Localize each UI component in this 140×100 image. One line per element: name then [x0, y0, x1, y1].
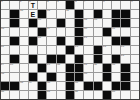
crossword-cell-black — [94, 55, 102, 63]
crossword-cell[interactable] — [1, 55, 9, 63]
clue-number: 17 — [47, 28, 50, 30]
crossword-cell[interactable]: 12 — [66, 10, 74, 18]
crossword-cell-black — [75, 37, 83, 45]
crossword-cell[interactable]: 28 — [10, 64, 18, 72]
crossword-cell-black — [10, 19, 18, 27]
crossword-cell-black — [38, 10, 46, 18]
crossword-cell-black — [10, 10, 18, 18]
crossword-cell-black — [29, 19, 37, 27]
crossword-cell[interactable] — [1, 10, 9, 18]
crossword-cell[interactable] — [29, 64, 37, 72]
crossword-cell[interactable] — [47, 37, 55, 45]
crossword-cell-black — [38, 28, 46, 36]
crossword-cell-black — [75, 55, 83, 63]
clue-number: 18 — [84, 28, 87, 30]
crossword-cell[interactable]: 42 — [75, 91, 83, 99]
crossword-cell-black — [94, 10, 102, 18]
clue-number: 32 — [94, 64, 97, 66]
crossword-cell-black — [66, 73, 74, 81]
crossword-cell-black — [103, 91, 111, 99]
crossword-cell[interactable] — [1, 19, 9, 27]
clue-number: 13 — [38, 19, 41, 21]
crossword-cell[interactable] — [66, 55, 74, 63]
crossword-cell[interactable] — [20, 55, 28, 63]
crossword-cell-black — [38, 64, 46, 72]
crossword-cell[interactable] — [10, 1, 18, 9]
crossword-cell[interactable] — [20, 91, 28, 99]
clue-number: 22 — [1, 46, 4, 48]
crossword-cell-black — [103, 28, 111, 36]
crossword-cell-black — [121, 73, 129, 81]
clue-number: 21 — [84, 37, 87, 39]
crossword-cell[interactable] — [103, 37, 111, 45]
crossword-cell[interactable]: 14 — [84, 19, 92, 27]
clue-number: 36 — [20, 82, 23, 84]
crossword-cell[interactable] — [131, 55, 139, 63]
crossword-cell-black — [112, 10, 120, 18]
crossword-cell-black — [75, 73, 83, 81]
crossword-cell-black — [112, 19, 120, 27]
crossword-cell[interactable] — [84, 46, 92, 54]
crossword-cell[interactable]: 39 — [75, 82, 83, 90]
crossword-cell[interactable]: 3T — [29, 1, 37, 9]
crossword-cell[interactable]: 30 — [57, 64, 65, 72]
crossword-cell-black — [47, 73, 55, 81]
crossword-cell-black — [75, 64, 83, 72]
crossword-cell-black — [103, 73, 111, 81]
crossword-cell[interactable]: 2 — [20, 1, 28, 9]
clue-number: 34 — [1, 73, 4, 75]
crossword-cell-black — [66, 46, 74, 54]
crossword-cell[interactable]: 7 — [84, 1, 92, 9]
crossword-cell-black — [66, 1, 74, 9]
crossword-cell[interactable] — [29, 28, 37, 36]
clue-number: 2 — [20, 1, 22, 3]
crossword-cell-black — [1, 82, 9, 90]
crossword-cell[interactable] — [103, 55, 111, 63]
clue-number: 12 — [66, 10, 69, 12]
crossword-cell-black — [10, 82, 18, 90]
clue-number: 20 — [38, 37, 41, 39]
crossword-cell[interactable]: 41 — [47, 91, 55, 99]
clue-number: 23 — [75, 46, 78, 48]
crossword-cell-black — [121, 82, 129, 90]
clue-number: 6 — [75, 1, 77, 3]
clue-number: 37 — [29, 82, 32, 84]
crossword-cell-black — [112, 55, 120, 63]
clue-number: 29 — [47, 64, 50, 66]
crossword-cell-black — [66, 91, 74, 99]
clue-number: 39 — [75, 82, 78, 84]
clue-number: 40 — [1, 91, 4, 93]
crossword-cell-black — [112, 37, 120, 45]
crossword-cell[interactable] — [131, 19, 139, 27]
crossword-cell[interactable] — [10, 28, 18, 36]
crossword-cell[interactable] — [94, 28, 102, 36]
crossword-cell[interactable] — [66, 19, 74, 27]
crossword-cell[interactable] — [131, 10, 139, 18]
crossword-cell[interactable]: 38 — [47, 82, 55, 90]
crossword-cell-black — [75, 19, 83, 27]
crossword-cell[interactable]: 17 — [47, 28, 55, 36]
crossword-cell[interactable]: 25 — [121, 46, 129, 54]
crossword-cell-black — [84, 82, 92, 90]
crossword-cell[interactable]: 22 — [1, 46, 9, 54]
crossword-cell-black — [47, 55, 55, 63]
crossword-cell[interactable] — [94, 1, 102, 9]
crossword-cell[interactable] — [121, 91, 129, 99]
crossword-cell[interactable] — [38, 1, 46, 9]
clue-number: 33 — [112, 64, 115, 66]
clue-number: 15 — [94, 19, 97, 21]
crossword-cell-black — [57, 55, 65, 63]
crossword-cell[interactable] — [57, 82, 65, 90]
crossword-cell-black — [38, 91, 46, 99]
crossword-cell[interactable] — [66, 37, 74, 45]
crossword-cell-black — [29, 73, 37, 81]
crossword-cell-black — [38, 82, 46, 90]
clue-number: 7 — [84, 1, 86, 3]
crossword-cell[interactable] — [121, 28, 129, 36]
clue-number: 31 — [84, 64, 87, 66]
crossword-cell[interactable] — [29, 46, 37, 54]
crossword-cell[interactable] — [47, 46, 55, 54]
crossword-cell-black — [121, 64, 129, 72]
crossword-cell[interactable]: 32 — [94, 64, 102, 72]
crossword-cell[interactable] — [94, 73, 102, 81]
crossword-cell[interactable]: 26 — [121, 55, 129, 63]
crossword-cell[interactable]: 10 — [20, 10, 28, 18]
crossword-cell[interactable] — [10, 73, 18, 81]
clue-number: 28 — [10, 64, 13, 66]
clue-number: 10 — [20, 10, 23, 12]
crossword-cell[interactable]: 43 — [112, 91, 120, 99]
crossword-cell-black — [94, 82, 102, 90]
crossword-grid: 123T45678910E111213141516171819202122232… — [0, 0, 140, 100]
crossword-cell[interactable] — [66, 28, 74, 36]
crossword-cell[interactable] — [38, 55, 46, 63]
clue-number: 19 — [112, 28, 115, 30]
crossword-cell[interactable] — [131, 46, 139, 54]
clue-number: 25 — [121, 46, 124, 48]
crossword-cell[interactable] — [20, 73, 28, 81]
clue-number: 41 — [47, 91, 50, 93]
crossword-cell[interactable] — [131, 91, 139, 99]
crossword-cell[interactable]: 6 — [75, 1, 83, 9]
crossword-cell[interactable] — [103, 10, 111, 18]
crossword-cell[interactable] — [94, 37, 102, 45]
crossword-cell[interactable] — [84, 10, 92, 18]
cell-letter: T — [29, 1, 37, 9]
crossword-cell-black — [10, 55, 18, 63]
cell-letter: E — [29, 10, 37, 18]
crossword-cell[interactable]: 31 — [84, 64, 92, 72]
crossword-cell[interactable] — [57, 28, 65, 36]
clue-number: 38 — [47, 82, 50, 84]
crossword-cell-black — [121, 19, 129, 27]
crossword-cell[interactable] — [57, 91, 65, 99]
crossword-cell[interactable] — [57, 46, 65, 54]
crossword-cell[interactable] — [103, 19, 111, 27]
crossword-cell[interactable] — [131, 73, 139, 81]
crossword-cell[interactable]: 11 — [47, 10, 55, 18]
crossword-cell[interactable] — [121, 1, 129, 9]
crossword-cell[interactable] — [112, 73, 120, 81]
crossword-cell[interactable] — [131, 82, 139, 90]
crossword-cell[interactable] — [84, 91, 92, 99]
crossword-cell[interactable] — [103, 82, 111, 90]
clue-number: 35 — [84, 73, 87, 75]
crossword-cell[interactable]: 16 — [1, 28, 9, 36]
clue-number: 27 — [1, 64, 4, 66]
crossword-cell[interactable]: 27 — [1, 64, 9, 72]
crossword-cell-black — [75, 28, 83, 36]
crossword-cell-black — [10, 37, 18, 45]
crossword-cell-black — [29, 55, 37, 63]
crossword-cell[interactable] — [57, 73, 65, 81]
crossword-cell-black — [121, 10, 129, 18]
crossword-cell[interactable]: 29 — [47, 64, 55, 72]
clue-number: 8 — [103, 1, 105, 3]
clue-number: 9 — [131, 1, 133, 3]
crossword-cell[interactable] — [38, 73, 46, 81]
clue-number: 11 — [47, 10, 50, 12]
crossword-cell[interactable]: 15 — [94, 19, 102, 27]
clue-number: 42 — [75, 91, 78, 93]
crossword-cell[interactable]: 20 — [38, 37, 46, 45]
crossword-cell-black — [66, 82, 74, 90]
crossword-cell[interactable]: 4 — [47, 1, 55, 9]
clue-number: 43 — [112, 91, 115, 93]
crossword-cell[interactable] — [131, 28, 139, 36]
crossword-cell[interactable] — [112, 46, 120, 54]
crossword-cell-black — [57, 19, 65, 27]
crossword-cell[interactable] — [112, 1, 120, 9]
crossword-cell[interactable] — [20, 64, 28, 72]
crossword-cell[interactable]: 24 — [103, 46, 111, 54]
crossword-cell[interactable] — [20, 19, 28, 27]
crossword-cell-black — [29, 37, 37, 45]
crossword-cell[interactable]: 23 — [75, 46, 83, 54]
crossword-cell[interactable]: 40 — [1, 91, 9, 99]
clue-number: 16 — [1, 28, 4, 30]
clue-number: 4 — [47, 1, 49, 3]
crossword-cell-black — [112, 82, 120, 90]
clue-number: 26 — [121, 55, 124, 57]
crossword-cell[interactable] — [131, 37, 139, 45]
crossword-cell[interactable] — [20, 46, 28, 54]
clue-number: 1 — [1, 1, 3, 3]
crossword-cell[interactable]: 5 — [57, 1, 65, 9]
crossword-cell[interactable] — [94, 91, 102, 99]
crossword-cell[interactable] — [1, 37, 9, 45]
crossword-cell-black — [103, 64, 111, 72]
crossword-cell[interactable]: 33 — [112, 64, 120, 72]
crossword-cell[interactable] — [10, 46, 18, 54]
crossword-cell[interactable] — [20, 37, 28, 45]
crossword-cell[interactable]: 36 — [20, 82, 28, 90]
crossword-cell[interactable]: 13 — [38, 19, 46, 27]
crossword-cell[interactable] — [47, 19, 55, 27]
crossword-cell[interactable] — [38, 46, 46, 54]
crossword-cell[interactable]: 21 — [84, 37, 92, 45]
crossword-cell[interactable] — [84, 55, 92, 63]
crossword-cell-black — [121, 37, 129, 45]
crossword-cell[interactable]: 35 — [84, 73, 92, 81]
crossword-cell[interactable]: 34 — [1, 73, 9, 81]
crossword-cell[interactable]: 9 — [131, 1, 139, 9]
crossword-cell[interactable] — [10, 91, 18, 99]
crossword-cell[interactable] — [20, 28, 28, 36]
crossword-cell[interactable]: 37 — [29, 82, 37, 90]
crossword-cell[interactable] — [131, 64, 139, 72]
crossword-cell[interactable]: E — [29, 10, 37, 18]
crossword-cell[interactable]: 19 — [112, 28, 120, 36]
clue-number: 24 — [103, 46, 106, 48]
crossword-cell[interactable] — [29, 91, 37, 99]
crossword-cell-black — [66, 64, 74, 72]
crossword-cell[interactable] — [57, 10, 65, 18]
clue-number: 30 — [57, 64, 60, 66]
crossword-cell-black — [57, 37, 65, 45]
crossword-cell[interactable]: 1 — [1, 1, 9, 9]
crossword-cell-black — [94, 46, 102, 54]
clue-number: 14 — [84, 19, 87, 21]
crossword-cell[interactable]: 18 — [84, 28, 92, 36]
crossword-cell-black — [75, 10, 83, 18]
clue-number: 5 — [57, 1, 59, 3]
crossword-cell[interactable]: 8 — [103, 1, 111, 9]
